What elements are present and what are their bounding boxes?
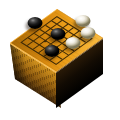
white-stone[interactable] [81, 27, 96, 39]
white-stone[interactable] [66, 37, 81, 49]
black-stone[interactable] [51, 28, 66, 40]
black-stone[interactable] [28, 17, 43, 29]
stones-layer [0, 0, 120, 120]
white-stone[interactable] [76, 15, 91, 27]
black-stone[interactable] [45, 45, 60, 57]
go-board-icon[interactable] [0, 0, 120, 120]
